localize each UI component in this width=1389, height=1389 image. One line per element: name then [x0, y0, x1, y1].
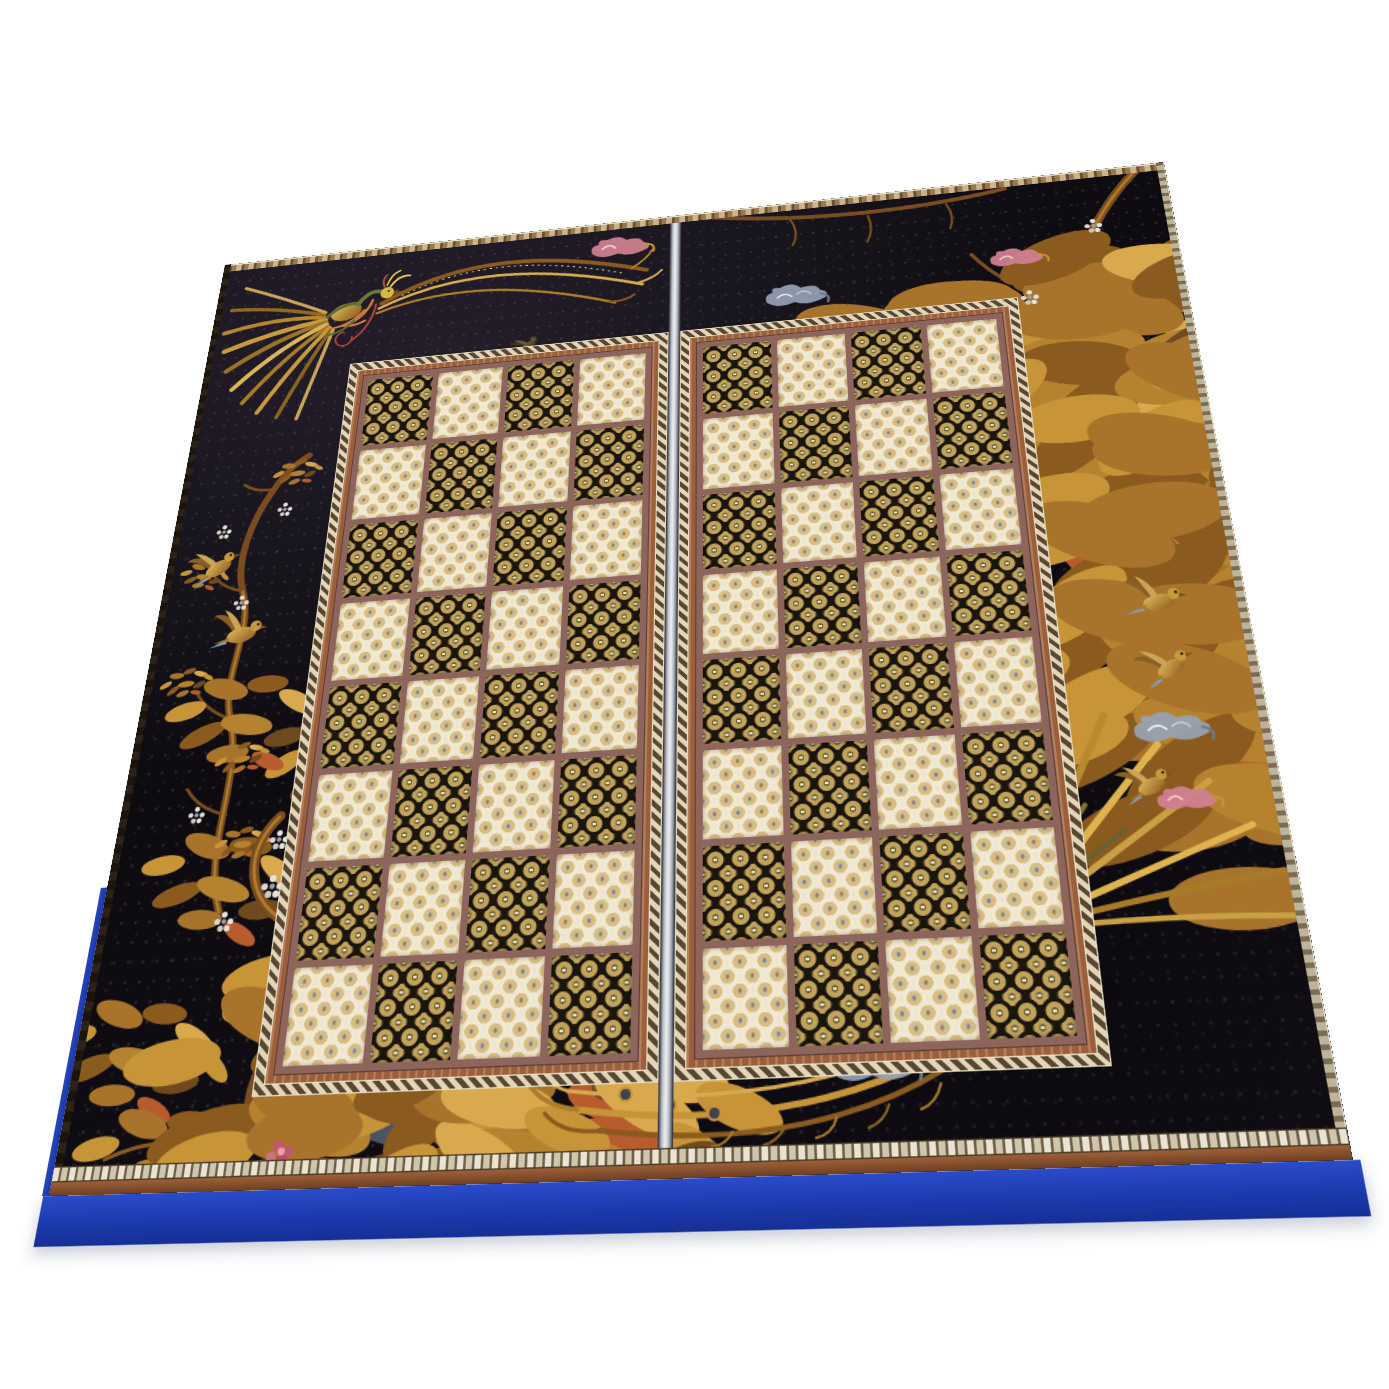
- bird-icon: [205, 607, 280, 654]
- square-h7: [932, 391, 1012, 469]
- square-e2: [703, 842, 786, 941]
- cloud-pink-icon: [1148, 778, 1230, 818]
- square-g8: [851, 326, 926, 400]
- square-d5: [565, 580, 640, 664]
- square-b2: [380, 860, 465, 957]
- square-a5: [331, 598, 410, 681]
- square-d6: [569, 500, 642, 580]
- square-c5: [486, 586, 562, 669]
- square-b6: [416, 513, 491, 592]
- square-g3: [874, 734, 962, 829]
- square-c4: [480, 671, 559, 759]
- square-b5: [408, 592, 486, 675]
- square-d8: [577, 353, 646, 426]
- square-g1: [885, 936, 979, 1043]
- square-b8: [432, 367, 503, 439]
- square-e3: [703, 746, 783, 840]
- square-f3: [788, 740, 872, 835]
- square-d2: [552, 850, 635, 948]
- square-a3: [308, 770, 392, 861]
- square-b7: [424, 438, 497, 513]
- square-g6: [859, 475, 938, 556]
- square-a8: [361, 374, 433, 446]
- square-a7: [351, 445, 425, 520]
- square-d4: [561, 665, 639, 753]
- square-d7: [573, 425, 644, 501]
- square-h6: [939, 468, 1022, 550]
- square-a1: [282, 964, 372, 1066]
- square-f5: [783, 563, 862, 648]
- square-e7: [703, 413, 774, 490]
- square-b1: [369, 960, 457, 1063]
- square-d1: [547, 952, 633, 1056]
- square-b3: [390, 765, 473, 857]
- square-a2: [296, 864, 383, 960]
- square-c7: [498, 431, 570, 507]
- product-photo-scene: [0, 0, 1389, 1389]
- square-g4: [869, 643, 954, 733]
- square-g7: [855, 399, 932, 476]
- square-h5: [946, 550, 1031, 636]
- square-a4: [320, 682, 401, 769]
- square-c2: [465, 855, 549, 953]
- square-e5: [703, 569, 778, 654]
- cloud-gray-icon: [1125, 704, 1221, 750]
- square-d3: [557, 755, 637, 848]
- square-e4: [703, 655, 781, 744]
- folding-chess-board: [49, 162, 1353, 1196]
- square-f1: [793, 941, 883, 1047]
- square-h1: [978, 932, 1077, 1039]
- square-f8: [776, 333, 848, 407]
- square-c1: [457, 956, 544, 1059]
- square-h3: [961, 729, 1053, 825]
- square-g2: [879, 832, 970, 933]
- square-h2: [970, 827, 1065, 928]
- square-f2: [790, 837, 877, 937]
- square-h8: [926, 319, 1004, 393]
- square-e1: [703, 945, 789, 1050]
- checkerboard-right-half: [694, 312, 1088, 1060]
- square-b4: [399, 676, 479, 763]
- square-f6: [781, 482, 857, 563]
- square-e6: [703, 489, 776, 570]
- square-h4: [953, 637, 1041, 728]
- square-c8: [504, 360, 574, 432]
- square-g5: [864, 557, 946, 643]
- board-top-face: [49, 162, 1353, 1196]
- bird-icon: [1123, 573, 1196, 623]
- square-c3: [473, 760, 554, 853]
- square-f7: [778, 406, 852, 483]
- square-a6: [342, 519, 418, 598]
- square-c6: [492, 507, 566, 586]
- square-f4: [785, 649, 866, 739]
- square-e8: [703, 341, 772, 414]
